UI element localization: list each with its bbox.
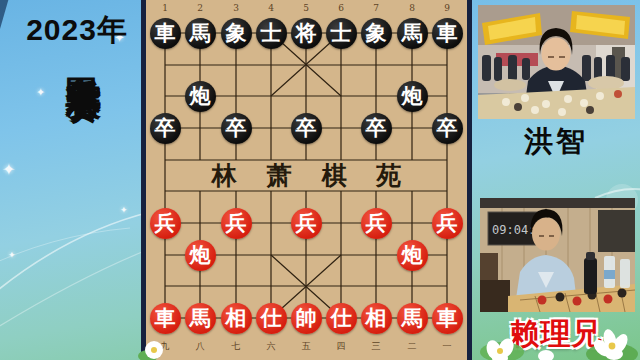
piece-red: 兵	[150, 208, 181, 239]
file-number-bottom: 八	[190, 340, 210, 353]
file-number-bottom: 二	[402, 340, 422, 353]
piece-red: 仕	[326, 303, 357, 334]
piece-red: 兵	[291, 208, 322, 239]
piece-black: 馬	[397, 18, 428, 49]
piece-red: 兵	[432, 208, 463, 239]
piece-red: 炮	[185, 240, 216, 271]
piece-red: 馬	[185, 303, 216, 334]
file-number-top: 1	[155, 3, 175, 13]
piece-red: 兵	[221, 208, 252, 239]
piece-red: 兵	[361, 208, 392, 239]
file-number-bottom: 七	[226, 340, 246, 353]
xiangqi-board: 123456789 九八七六五四三二一 林萧棋苑 車馬象士将士象馬車炮炮卒卒卒卒…	[141, 0, 472, 360]
piece-black: 車	[432, 18, 463, 49]
piece-black: 将	[291, 18, 322, 49]
piece-black: 象	[361, 18, 392, 49]
players-panel: 洪智 09:04:3	[472, 0, 640, 360]
player-name-red: 赖理兄	[472, 314, 640, 355]
piece-black: 炮	[185, 81, 216, 112]
piece-red: 車	[432, 303, 463, 334]
river-watermark: 林萧棋苑	[146, 160, 497, 191]
file-number-bottom: 三	[366, 340, 386, 353]
piece-red: 帥	[291, 303, 322, 334]
piece-black: 象	[221, 18, 252, 49]
piece-red: 相	[361, 303, 392, 334]
sparkle-icon: ✦	[36, 86, 45, 99]
piece-black: 卒	[150, 113, 181, 144]
file-number-top: 7	[366, 3, 386, 13]
piece-black: 卒	[291, 113, 322, 144]
file-number-bottom: 六	[261, 340, 281, 353]
sparkle-icon: ✦	[120, 205, 128, 215]
piece-black: 士	[326, 18, 357, 49]
piece-red: 馬	[397, 303, 428, 334]
player-photo-red: 09:04:3	[480, 198, 635, 312]
piece-black: 卒	[361, 113, 392, 144]
file-number-top: 4	[261, 3, 281, 13]
piece-black: 車	[150, 18, 181, 49]
piece-red: 炮	[397, 240, 428, 271]
broadcast-frame: ✦ ✦ ✦ ✦ ✦ 2023年 象甲季后赛半决赛	[0, 0, 640, 360]
sparkle-icon: ✦	[2, 160, 15, 179]
file-number-top: 9	[437, 3, 457, 13]
piece-black: 馬	[185, 18, 216, 49]
piece-red: 仕	[256, 303, 287, 334]
piece-black: 卒	[221, 113, 252, 144]
file-number-top: 5	[296, 3, 316, 13]
piece-red: 相	[221, 303, 252, 334]
file-number-top: 6	[331, 3, 351, 13]
file-number-bottom: 九	[155, 340, 175, 353]
piece-black: 士	[256, 18, 287, 49]
piece-black: 炮	[397, 81, 428, 112]
photo-scene-room: 09:04:3	[480, 198, 635, 312]
file-number-bottom: 五	[296, 340, 316, 353]
file-number-top: 2	[190, 3, 210, 13]
photo-scene-hall	[478, 5, 635, 119]
sparkle-icon: ✦	[8, 250, 16, 260]
file-number-top: 3	[226, 3, 246, 13]
player-photo-black	[478, 5, 635, 119]
piece-black: 卒	[432, 113, 463, 144]
file-number-top: 8	[402, 3, 422, 13]
piece-red: 車	[150, 303, 181, 334]
file-number-bottom: 四	[331, 340, 351, 353]
event-year: 2023年	[14, 10, 140, 51]
event-title-vertical: 象甲季后赛半决赛	[64, 48, 102, 360]
file-number-bottom: 一	[437, 340, 457, 353]
player-name-black: 洪智	[472, 122, 640, 162]
